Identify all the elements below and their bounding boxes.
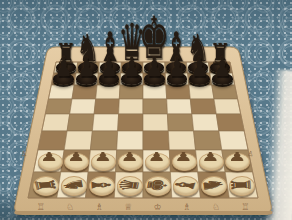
black-piece-base-h7 [212,73,233,84]
black-piece-base-f8 [166,62,186,72]
white-piece-base-h1 [229,176,255,197]
white-piece-base-f1 [173,176,199,197]
black-piece-base-d8 [122,62,142,72]
black-piece-base-f7 [167,73,188,84]
black-piece-base-e8 [144,62,164,72]
black-piece-base-a8 [56,62,76,72]
black-piece-base-g8 [188,62,208,72]
photo-scene: ♖♘♗♕♔♗♘♖♙♙♙ ♜♞♝♛♚♝♞♜♟♟♟♟♟♟♟♟♟♟♟♟♟♟♟♟♜♞♝♛… [0,0,292,220]
piece-black-king-e8[interactable]: ♚ [124,6,184,71]
black-piece-base-d7 [121,73,142,84]
white-piece-base-b2 [64,153,89,172]
black-piece-base-c7 [99,73,120,84]
black-piece-base-a7 [53,73,74,84]
white-piece-base-e1 [145,176,171,197]
white-piece-base-d2 [118,153,143,172]
white-piece-base-b1 [61,176,87,197]
white-piece-base-g2 [199,153,224,172]
white-piece-base-e2 [145,153,170,172]
black-piece-base-h8 [210,62,230,72]
white-piece-base-c1 [89,176,115,197]
white-piece-base-h2 [225,153,250,172]
black-piece-base-c8 [100,62,120,72]
white-piece-base-f2 [172,153,197,172]
black-piece-base-e7 [144,73,165,84]
white-piece-base-g1 [201,176,227,197]
pieces-layer: ♜♞♝♛♚♝♞♜♟♟♟♟♟♟♟♟♟♟♟♟♟♟♟♟♜♞♝♛♚♝♞♜ [0,0,292,220]
black-piece-base-b7 [76,73,97,84]
black-piece-base-g7 [189,73,210,84]
white-piece-base-a1 [33,176,59,197]
black-piece-base-b8 [78,62,98,72]
white-piece-base-a2 [38,153,63,172]
white-piece-base-d1 [117,176,143,197]
white-piece-base-c2 [91,153,116,172]
